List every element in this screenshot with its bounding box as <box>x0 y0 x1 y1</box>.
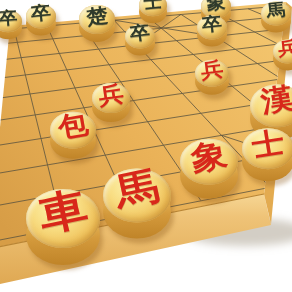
piece-top-face: 馬 <box>261 1 291 25</box>
piece-character: 卒 <box>0 10 18 28</box>
piece-character: 車 <box>35 185 91 237</box>
piece-top-face: 兵 <box>92 83 130 113</box>
piece-top-face: 馬 <box>103 168 171 222</box>
piece-cho-soldier-c[interactable]: 卒 <box>125 24 155 56</box>
piece-top-face: 楚 <box>79 5 115 34</box>
piece-character: 士 <box>250 127 286 161</box>
piece-character: 馬 <box>266 1 286 20</box>
piece-han-guard[interactable]: 士 <box>242 128 292 183</box>
piece-cho-soldier-d[interactable]: 卒 <box>197 15 227 47</box>
piece-character: 楚 <box>85 5 109 27</box>
piece-character: 卒 <box>30 4 52 24</box>
piece-cho-soldier-b[interactable]: 卒 <box>26 4 56 36</box>
piece-character: 漢 <box>259 84 292 117</box>
piece-han-horse[interactable]: 馬 <box>103 168 171 239</box>
piece-character: 兵 <box>97 82 125 108</box>
piece-top-face: 卒 <box>125 24 155 48</box>
piece-character: 士 <box>143 0 163 12</box>
piece-cho-guard[interactable]: 士 <box>139 0 167 24</box>
piece-han-soldier-a[interactable]: 兵 <box>92 83 130 123</box>
photo-stage: 卒卒楚士象卒卒馬包兵兵兵漢士象馬車 <box>0 0 292 292</box>
piece-top-face: 兵 <box>195 60 229 87</box>
piece-character: 兵 <box>277 39 292 59</box>
piece-character: 包 <box>56 110 90 142</box>
piece-han-soldier-c[interactable]: 兵 <box>273 39 292 71</box>
piece-han-chariot[interactable]: 車 <box>26 189 100 267</box>
piece-top-face: 卒 <box>197 15 227 39</box>
piece-character: 卒 <box>129 23 151 43</box>
piece-cho-general-cho[interactable]: 楚 <box>79 5 115 43</box>
piece-top-face: 士 <box>242 128 292 169</box>
piece-top-face: 車 <box>26 189 100 248</box>
piece-han-soldier-b[interactable]: 兵 <box>195 60 229 96</box>
pieces-layer: 卒卒楚士象卒卒馬包兵兵兵漢士象馬車 <box>0 0 292 292</box>
piece-cho-soldier-a[interactable]: 卒 <box>0 10 22 39</box>
piece-top-face: 象 <box>180 139 238 185</box>
piece-cho-horse[interactable]: 馬 <box>261 1 291 33</box>
piece-character: 馬 <box>112 165 162 212</box>
piece-character: 兵 <box>200 59 225 82</box>
piece-character: 卒 <box>201 15 223 35</box>
piece-top-face: 卒 <box>26 4 56 28</box>
piece-character: 象 <box>189 137 230 175</box>
piece-top-face: 包 <box>50 112 96 149</box>
piece-han-elephant[interactable]: 象 <box>180 139 238 200</box>
piece-han-cannon[interactable]: 包 <box>50 112 96 160</box>
piece-character: 象 <box>206 0 226 13</box>
